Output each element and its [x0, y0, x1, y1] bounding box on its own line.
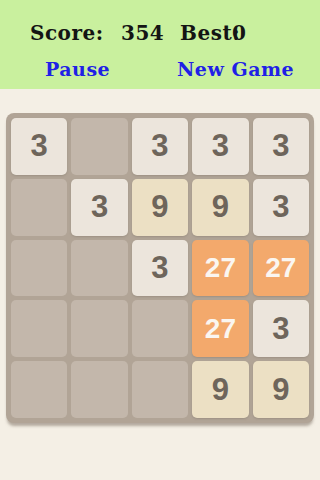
- empty-cell: [11, 179, 67, 236]
- empty-cell: [132, 361, 188, 418]
- best-value: 0: [232, 23, 246, 43]
- header-bar: Score: 354 Best: 0 Pause New Game: [0, 0, 320, 89]
- empty-cell: [11, 240, 67, 297]
- empty-cell: [71, 240, 127, 297]
- empty-cell: [71, 361, 127, 418]
- tile-3: 3: [132, 118, 188, 175]
- tile-3: 3: [253, 300, 309, 357]
- tile-27: 27: [253, 240, 309, 297]
- empty-cell: [11, 361, 67, 418]
- tile-9: 9: [192, 361, 248, 418]
- best-label: Best:: [180, 23, 240, 43]
- tile-3: 3: [192, 118, 248, 175]
- tile-27: 27: [192, 240, 248, 297]
- empty-cell: [71, 118, 127, 175]
- empty-cell: [71, 300, 127, 357]
- tile-9: 9: [192, 179, 248, 236]
- score-value: 354: [121, 23, 164, 43]
- tile-3: 3: [71, 179, 127, 236]
- tile-3: 3: [11, 118, 67, 175]
- score-label: Score:: [30, 23, 104, 43]
- tile-3: 3: [253, 118, 309, 175]
- board[interactable]: 333339933272727399: [6, 113, 314, 423]
- tile-3: 3: [253, 179, 309, 236]
- empty-cell: [11, 300, 67, 357]
- empty-cell: [132, 300, 188, 357]
- tile-9: 9: [132, 179, 188, 236]
- new-game-button[interactable]: New Game: [177, 60, 294, 79]
- tile-27: 27: [192, 300, 248, 357]
- pause-button[interactable]: Pause: [45, 60, 110, 79]
- tile-3: 3: [132, 240, 188, 297]
- tile-9: 9: [253, 361, 309, 418]
